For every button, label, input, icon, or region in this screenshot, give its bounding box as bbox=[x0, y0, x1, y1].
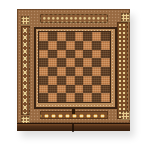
board-square[interactable] bbox=[92, 50, 101, 59]
board-square[interactable] bbox=[48, 41, 57, 50]
board-square[interactable] bbox=[48, 93, 57, 102]
board-square[interactable] bbox=[57, 76, 66, 85]
board-square[interactable] bbox=[75, 50, 84, 59]
chessboard-box bbox=[17, 9, 130, 131]
board-square[interactable] bbox=[92, 67, 101, 76]
board-square[interactable] bbox=[57, 41, 66, 50]
board-square[interactable] bbox=[39, 50, 48, 59]
board-square[interactable] bbox=[83, 76, 92, 85]
board-square[interactable] bbox=[39, 85, 48, 94]
board-square[interactable] bbox=[48, 32, 57, 41]
board-face bbox=[17, 9, 130, 123]
board-square[interactable] bbox=[92, 76, 101, 85]
board-square[interactable] bbox=[57, 93, 66, 102]
board-square[interactable] bbox=[57, 50, 66, 59]
board-square[interactable] bbox=[101, 85, 110, 94]
right-inlay-band bbox=[117, 22, 128, 119]
board-square[interactable] bbox=[92, 32, 101, 41]
box-side-seam bbox=[72, 124, 74, 132]
board-square[interactable] bbox=[75, 93, 84, 102]
board-square[interactable] bbox=[75, 76, 84, 85]
board-square[interactable] bbox=[92, 58, 101, 67]
board-square[interactable] bbox=[83, 32, 92, 41]
board-square[interactable] bbox=[66, 85, 75, 94]
board-square[interactable] bbox=[83, 50, 92, 59]
board-square[interactable] bbox=[57, 58, 66, 67]
box-fold-seam bbox=[72, 109, 75, 114]
corner-inlay-bottom-right bbox=[121, 111, 130, 120]
board-square[interactable] bbox=[75, 85, 84, 94]
board-square[interactable] bbox=[92, 93, 101, 102]
board-square[interactable] bbox=[66, 32, 75, 41]
board-square[interactable] bbox=[92, 85, 101, 94]
board-square[interactable] bbox=[66, 41, 75, 50]
board-square[interactable] bbox=[101, 76, 110, 85]
board-square[interactable] bbox=[66, 58, 75, 67]
board-square[interactable] bbox=[83, 67, 92, 76]
board-square[interactable] bbox=[66, 76, 75, 85]
board-square[interactable] bbox=[66, 67, 75, 76]
corner-inlay-top-left bbox=[21, 16, 30, 25]
board-square[interactable] bbox=[75, 58, 84, 67]
board-square[interactable] bbox=[39, 58, 48, 67]
chess-board bbox=[38, 31, 111, 103]
board-square[interactable] bbox=[48, 85, 57, 94]
top-inlay-strip bbox=[40, 14, 108, 23]
board-square[interactable] bbox=[66, 93, 75, 102]
board-square[interactable] bbox=[39, 76, 48, 85]
board-frame bbox=[34, 27, 117, 109]
board-square[interactable] bbox=[83, 85, 92, 94]
left-inlay-band bbox=[21, 26, 30, 115]
board-square[interactable] bbox=[48, 67, 57, 76]
board-square[interactable] bbox=[75, 67, 84, 76]
board-square[interactable] bbox=[101, 32, 110, 41]
board-square[interactable] bbox=[48, 76, 57, 85]
board-square[interactable] bbox=[39, 93, 48, 102]
board-square[interactable] bbox=[39, 67, 48, 76]
board-square[interactable] bbox=[75, 32, 84, 41]
board-square[interactable] bbox=[101, 67, 110, 76]
board-square[interactable] bbox=[75, 41, 84, 50]
board-square[interactable] bbox=[101, 58, 110, 67]
photo-background bbox=[0, 0, 150, 150]
board-square[interactable] bbox=[101, 93, 110, 102]
board-square[interactable] bbox=[83, 93, 92, 102]
corner-inlay-top-right bbox=[121, 13, 130, 22]
board-square[interactable] bbox=[48, 50, 57, 59]
board-square[interactable] bbox=[83, 58, 92, 67]
board-square[interactable] bbox=[39, 32, 48, 41]
board-square[interactable] bbox=[66, 50, 75, 59]
board-square[interactable] bbox=[101, 50, 110, 59]
board-square[interactable] bbox=[39, 41, 48, 50]
board-square[interactable] bbox=[57, 32, 66, 41]
board-square[interactable] bbox=[101, 41, 110, 50]
board-square[interactable] bbox=[57, 85, 66, 94]
board-square[interactable] bbox=[57, 67, 66, 76]
board-square[interactable] bbox=[48, 58, 57, 67]
box-side-edge bbox=[17, 123, 130, 131]
board-square[interactable] bbox=[92, 41, 101, 50]
board-square[interactable] bbox=[83, 41, 92, 50]
